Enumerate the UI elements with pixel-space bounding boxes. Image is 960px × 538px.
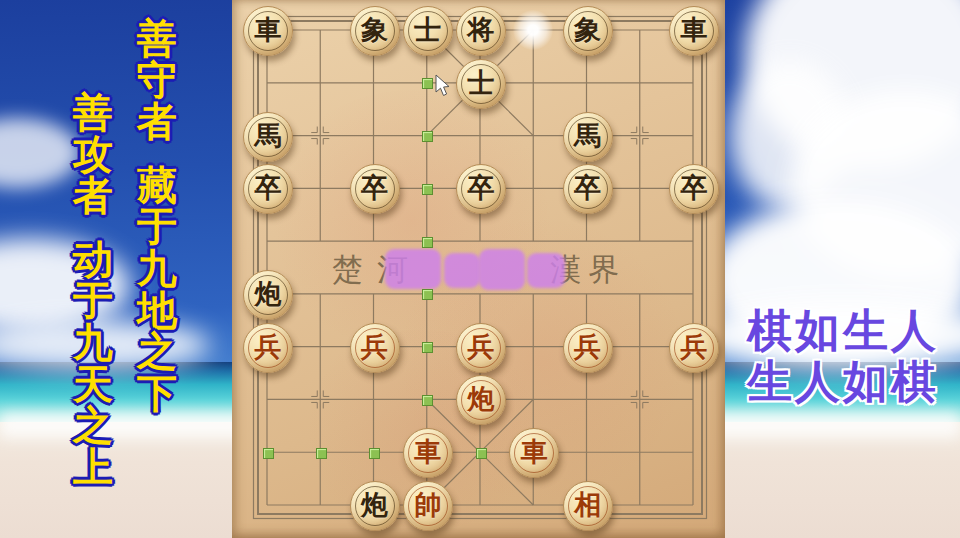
censor-blob — [444, 253, 480, 288]
piece-glyph: 馬 — [574, 118, 601, 154]
legal-move-dot[interactable] — [369, 448, 380, 459]
caption-char: 藏 — [137, 165, 177, 207]
piece-glyph: 将 — [468, 12, 495, 48]
black-soldier[interactable]: 卒 — [243, 164, 293, 214]
caption-char: 九 — [137, 248, 177, 290]
legal-move-dot[interactable] — [422, 237, 433, 248]
legal-move-dot[interactable] — [316, 448, 327, 459]
red-soldier[interactable]: 兵 — [669, 323, 719, 373]
legal-move-dot[interactable] — [263, 448, 274, 459]
left-caption-attacker: 善攻者动于九天之上 — [69, 92, 117, 488]
piece-glyph: 兵 — [468, 329, 495, 365]
piece-glyph: 炮 — [468, 381, 495, 417]
caption-char: 天 — [73, 364, 113, 406]
piece-glyph: 卒 — [468, 170, 495, 206]
piece-glyph: 士 — [414, 12, 441, 48]
black-cannon[interactable]: 炮 — [350, 481, 400, 531]
red-soldier[interactable]: 兵 — [456, 323, 506, 373]
piece-glyph: 象 — [361, 12, 388, 48]
piece-glyph: 車 — [414, 434, 441, 470]
black-horse[interactable]: 馬 — [563, 112, 613, 162]
caption-char: 之 — [73, 405, 113, 447]
red-chariot[interactable]: 車 — [403, 428, 453, 478]
black-soldier[interactable]: 卒 — [456, 164, 506, 214]
red-soldier[interactable]: 兵 — [243, 323, 293, 373]
caption-char: 于 — [73, 280, 113, 322]
left-caption-defender: 善守者藏于九地之下 — [133, 18, 181, 414]
legal-move-dot[interactable] — [422, 289, 433, 300]
black-chariot[interactable]: 車 — [243, 6, 293, 56]
piece-glyph: 相 — [574, 487, 601, 523]
legal-move-dot[interactable] — [422, 78, 433, 89]
piece-glyph: 卒 — [255, 170, 282, 206]
piece-glyph: 卒 — [681, 170, 708, 206]
caption-char: 者 — [73, 175, 113, 217]
caption-char: 动 — [73, 239, 113, 281]
piece-glyph: 馬 — [255, 118, 282, 154]
caption-char: 善 — [137, 18, 177, 60]
caption-char: 之 — [137, 331, 177, 373]
black-cannon[interactable]: 炮 — [243, 270, 293, 320]
caption-char: 守 — [137, 60, 177, 102]
black-elephant[interactable]: 象 — [563, 6, 613, 56]
censor-blob — [385, 249, 441, 289]
legal-move-dot[interactable] — [422, 131, 433, 142]
piece-glyph: 車 — [521, 434, 548, 470]
piece-glyph: 象 — [574, 12, 601, 48]
piece-glyph: 士 — [468, 65, 495, 101]
black-advisor[interactable]: 士 — [403, 6, 453, 56]
xiangqi-board[interactable]: 楚河 漢界 車象士将象車士馬馬卒卒卒卒卒炮兵兵兵兵兵炮車車炮帥相 — [232, 0, 725, 538]
piece-glyph: 帥 — [414, 487, 441, 523]
black-soldier[interactable]: 卒 — [350, 164, 400, 214]
piece-glyph: 兵 — [361, 329, 388, 365]
black-general[interactable]: 将 — [456, 6, 506, 56]
legal-move-dot[interactable] — [422, 342, 433, 353]
piece-glyph: 車 — [681, 12, 708, 48]
black-horse[interactable]: 馬 — [243, 112, 293, 162]
black-elephant[interactable]: 象 — [350, 6, 400, 56]
piece-glyph: 卒 — [574, 170, 601, 206]
legal-move-dot[interactable] — [422, 184, 433, 195]
red-elephant[interactable]: 相 — [563, 481, 613, 531]
screenshot-stage: 楚河 漢界 車象士将象車士馬馬卒卒卒卒卒炮兵兵兵兵兵炮車車炮帥相 善守者藏于九地… — [0, 0, 960, 538]
red-soldier[interactable]: 兵 — [563, 323, 613, 373]
black-chariot[interactable]: 車 — [669, 6, 719, 56]
caption-char: 地 — [137, 290, 177, 332]
piece-glyph: 炮 — [361, 487, 388, 523]
red-general[interactable]: 帥 — [403, 481, 453, 531]
caption-char: 九 — [73, 322, 113, 364]
caption-char: 于 — [137, 206, 177, 248]
piece-glyph: 兵 — [255, 329, 282, 365]
black-soldier[interactable]: 卒 — [669, 164, 719, 214]
caption-char: 下 — [137, 373, 177, 415]
legal-move-dot[interactable] — [422, 395, 433, 406]
black-advisor[interactable]: 士 — [456, 59, 506, 109]
piece-glyph: 兵 — [574, 329, 601, 365]
last-move-origin-glow — [513, 10, 553, 50]
censor-blob — [527, 253, 565, 288]
piece-glyph: 炮 — [255, 276, 282, 312]
caption-char: 上 — [73, 447, 113, 489]
right-caption-line1: 棋如生人 — [733, 306, 953, 356]
piece-glyph: 車 — [255, 12, 282, 48]
red-soldier[interactable]: 兵 — [350, 323, 400, 373]
black-soldier[interactable]: 卒 — [563, 164, 613, 214]
censor-blob — [479, 249, 525, 290]
caption-char: 善 — [73, 92, 113, 134]
legal-move-dot[interactable] — [476, 448, 487, 459]
piece-glyph: 兵 — [681, 329, 708, 365]
right-caption-line2: 生人如棋 — [733, 357, 953, 407]
caption-char: 攻 — [73, 134, 113, 176]
piece-glyph: 卒 — [361, 170, 388, 206]
caption-char: 者 — [137, 101, 177, 143]
